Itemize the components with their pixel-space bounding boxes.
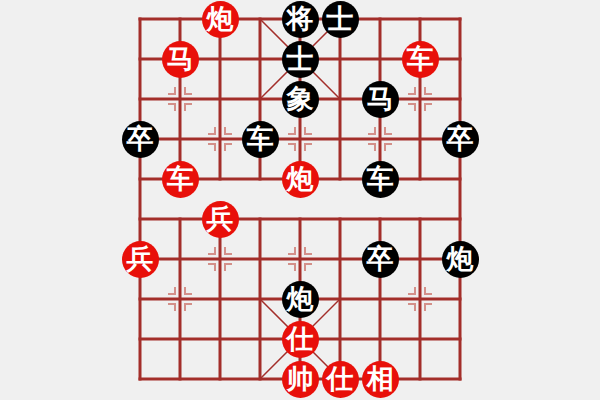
piece-black-cannon[interactable]: 炮 [442,241,479,278]
piece-black-elephant[interactable]: 象 [282,81,319,118]
piece-black-horse[interactable]: 马 [362,81,399,118]
piece-red-soldier[interactable]: 兵 [122,241,159,278]
piece-red-cannon[interactable]: 炮 [202,1,239,38]
piece-red-soldier[interactable]: 兵 [202,201,239,238]
piece-red-king[interactable]: 帅 [282,361,319,398]
piece-layer: 炮将士马士车象马卒车卒车炮车兵兵卒炮炮仕帅仕相 [120,0,480,399]
piece-black-chariot[interactable]: 车 [362,161,399,198]
piece-black-chariot[interactable]: 车 [242,121,279,158]
piece-black-soldier[interactable]: 卒 [362,241,399,278]
piece-red-advisor[interactable]: 仕 [282,321,319,358]
piece-black-king[interactable]: 将 [282,1,319,38]
piece-red-chariot[interactable]: 车 [402,41,439,78]
piece-red-cannon[interactable]: 炮 [282,161,319,198]
xiangqi-board[interactable]: 炮将士马士车象马卒车卒车炮车兵兵卒炮炮仕帅仕相 [0,0,600,400]
piece-black-soldier[interactable]: 卒 [442,121,479,158]
piece-black-advisor[interactable]: 士 [322,1,359,38]
piece-black-cannon[interactable]: 炮 [282,281,319,318]
piece-red-advisor[interactable]: 仕 [322,361,359,398]
piece-red-horse[interactable]: 马 [162,41,199,78]
piece-black-advisor[interactable]: 士 [282,41,319,78]
piece-red-chariot[interactable]: 车 [162,161,199,198]
piece-red-elephant[interactable]: 相 [362,361,399,398]
piece-black-soldier[interactable]: 卒 [122,121,159,158]
